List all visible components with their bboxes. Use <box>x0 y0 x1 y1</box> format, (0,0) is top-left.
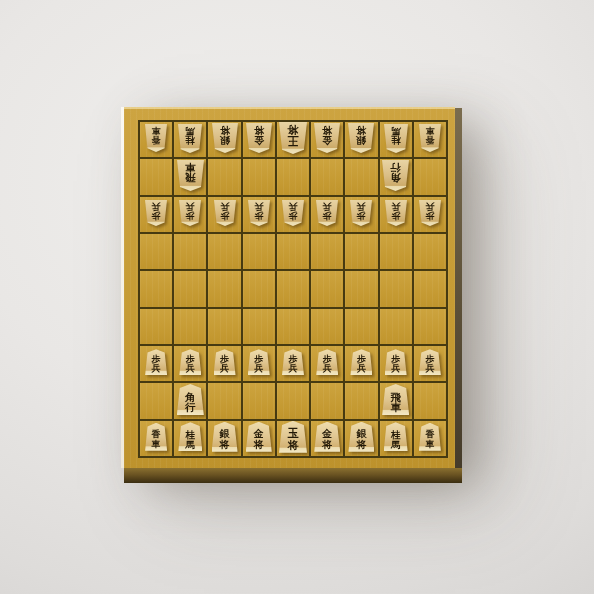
square-6i[interactable]: 金将 <box>243 421 275 456</box>
square-5i[interactable]: 玉将 <box>277 421 309 456</box>
piece-knight-sente[interactable]: 桂馬 <box>178 422 202 451</box>
square-9d[interactable] <box>140 234 172 269</box>
square-3g[interactable]: 歩兵 <box>345 346 377 381</box>
square-6f[interactable] <box>243 309 275 344</box>
piece-pawn-sente[interactable]: 歩兵 <box>179 349 201 375</box>
square-7i[interactable]: 銀将 <box>208 421 240 456</box>
piece-gold-gote[interactable]: 金将 <box>314 123 340 153</box>
square-8g[interactable]: 歩兵 <box>174 346 206 381</box>
square-1e[interactable] <box>414 271 446 306</box>
square-5f[interactable] <box>277 309 309 344</box>
piece-pawn-gote[interactable]: 歩兵 <box>145 200 167 226</box>
square-2h[interactable]: 飛車 <box>380 383 412 418</box>
square-1d[interactable] <box>414 234 446 269</box>
square-6e[interactable] <box>243 271 275 306</box>
piece-face-kanji: 香車 <box>419 124 441 152</box>
square-2e[interactable] <box>380 271 412 306</box>
piece-face-kanji: 歩兵 <box>385 200 407 226</box>
square-3i[interactable]: 銀将 <box>345 421 377 456</box>
piece-face-kanji: 歩兵 <box>248 349 270 375</box>
square-6d[interactable] <box>243 234 275 269</box>
square-7d[interactable] <box>208 234 240 269</box>
square-3b[interactable] <box>345 159 377 194</box>
piece-gold-sente[interactable]: 金将 <box>246 422 272 452</box>
square-5b[interactable] <box>277 159 309 194</box>
piece-pawn-sente[interactable]: 歩兵 <box>145 349 167 375</box>
square-4i[interactable]: 金将 <box>311 421 343 456</box>
square-1b[interactable] <box>414 159 446 194</box>
square-1c[interactable]: 歩兵 <box>414 197 446 232</box>
square-6b[interactable] <box>243 159 275 194</box>
square-8i[interactable]: 桂馬 <box>174 421 206 456</box>
piece-silver-gote[interactable]: 銀将 <box>212 123 238 153</box>
piece-knight-gote[interactable]: 桂馬 <box>384 124 408 153</box>
piece-face-kanji: 銀将 <box>348 123 374 153</box>
square-4e[interactable] <box>311 271 343 306</box>
piece-face-kanji: 飛車 <box>382 384 409 415</box>
piece-face-kanji: 歩兵 <box>282 349 304 375</box>
piece-pawn-gote[interactable]: 歩兵 <box>350 200 372 226</box>
square-9g[interactable]: 歩兵 <box>140 346 172 381</box>
photo-background: 香車桂馬銀将金将王将金将銀将桂馬香車飛車角行歩兵歩兵歩兵歩兵歩兵歩兵歩兵歩兵歩兵… <box>0 0 594 594</box>
square-4f[interactable] <box>311 309 343 344</box>
square-7a[interactable]: 銀将 <box>208 122 240 157</box>
piece-face-kanji: 角行 <box>382 160 409 191</box>
square-3e[interactable] <box>345 271 377 306</box>
piece-king-sente[interactable]: 玉将 <box>279 421 307 453</box>
square-9c[interactable]: 歩兵 <box>140 197 172 232</box>
piece-face-kanji: 歩兵 <box>419 349 441 375</box>
piece-face-kanji: 金将 <box>246 123 272 153</box>
piece-face-kanji: 角行 <box>177 384 204 415</box>
square-4h[interactable] <box>311 383 343 418</box>
piece-face-kanji: 歩兵 <box>316 200 338 226</box>
square-6g[interactable]: 歩兵 <box>243 346 275 381</box>
piece-face-kanji: 歩兵 <box>214 200 236 226</box>
board-right-side-face <box>455 108 462 469</box>
piece-pawn-gote[interactable]: 歩兵 <box>419 200 441 226</box>
square-7b[interactable] <box>208 159 240 194</box>
square-8e[interactable] <box>174 271 206 306</box>
piece-face-kanji: 香車 <box>145 124 167 152</box>
piece-rook-gote[interactable]: 飛車 <box>177 160 204 191</box>
square-8d[interactable] <box>174 234 206 269</box>
square-9i[interactable]: 香車 <box>140 421 172 456</box>
piece-pawn-gote[interactable]: 歩兵 <box>282 200 304 226</box>
square-3c[interactable]: 歩兵 <box>345 197 377 232</box>
square-8c[interactable]: 歩兵 <box>174 197 206 232</box>
square-2i[interactable]: 桂馬 <box>380 421 412 456</box>
piece-face-kanji: 歩兵 <box>145 200 167 226</box>
piece-face-kanji: 歩兵 <box>385 349 407 375</box>
square-4a[interactable]: 金将 <box>311 122 343 157</box>
square-2b[interactable]: 角行 <box>380 159 412 194</box>
square-8b[interactable]: 飛車 <box>174 159 206 194</box>
square-7h[interactable] <box>208 383 240 418</box>
piece-bishop-gote[interactable]: 角行 <box>382 160 409 191</box>
square-7c[interactable]: 歩兵 <box>208 197 240 232</box>
piece-face-kanji: 銀将 <box>212 422 238 452</box>
piece-knight-gote[interactable]: 桂馬 <box>178 124 202 153</box>
piece-silver-sente[interactable]: 銀将 <box>212 422 238 452</box>
piece-face-kanji: 銀将 <box>348 422 374 452</box>
square-7f[interactable] <box>208 309 240 344</box>
piece-face-kanji: 歩兵 <box>350 349 372 375</box>
square-5d[interactable] <box>277 234 309 269</box>
piece-bishop-sente[interactable]: 角行 <box>177 384 204 415</box>
piece-face-kanji: 玉将 <box>279 421 307 453</box>
square-4c[interactable]: 歩兵 <box>311 197 343 232</box>
piece-face-kanji: 歩兵 <box>145 349 167 375</box>
square-6h[interactable] <box>243 383 275 418</box>
square-3d[interactable] <box>345 234 377 269</box>
piece-lance-sente[interactable]: 香車 <box>145 423 167 451</box>
square-4d[interactable] <box>311 234 343 269</box>
board-top-edge-highlight <box>124 107 455 109</box>
square-5a[interactable]: 王将 <box>277 122 309 157</box>
piece-face-kanji: 飛車 <box>177 160 204 191</box>
piece-rook-sente[interactable]: 飛車 <box>382 384 409 415</box>
piece-pawn-sente[interactable]: 歩兵 <box>385 349 407 375</box>
piece-face-kanji: 歩兵 <box>214 349 236 375</box>
board-left-edge-highlight <box>121 107 124 468</box>
piece-face-kanji: 歩兵 <box>282 200 304 226</box>
piece-lance-sente[interactable]: 香車 <box>419 423 441 451</box>
square-1i[interactable]: 香車 <box>414 421 446 456</box>
piece-silver-sente[interactable]: 銀将 <box>348 422 374 452</box>
square-6c[interactable]: 歩兵 <box>243 197 275 232</box>
piece-pawn-sente[interactable]: 歩兵 <box>419 349 441 375</box>
piece-face-kanji: 桂馬 <box>178 124 202 153</box>
piece-face-kanji: 歩兵 <box>419 200 441 226</box>
square-3a[interactable]: 銀将 <box>345 122 377 157</box>
piece-face-kanji: 香車 <box>145 423 167 451</box>
piece-knight-sente[interactable]: 桂馬 <box>384 422 408 451</box>
square-9h[interactable] <box>140 383 172 418</box>
piece-face-kanji: 王将 <box>279 122 307 154</box>
piece-face-kanji: 銀将 <box>212 123 238 153</box>
piece-face-kanji: 金将 <box>246 422 272 452</box>
piece-pawn-sente[interactable]: 歩兵 <box>248 349 270 375</box>
square-5g[interactable]: 歩兵 <box>277 346 309 381</box>
piece-face-kanji: 歩兵 <box>179 200 201 226</box>
piece-face-kanji: 歩兵 <box>248 200 270 226</box>
piece-face-kanji: 歩兵 <box>350 200 372 226</box>
square-9e[interactable] <box>140 271 172 306</box>
piece-pawn-sente[interactable]: 歩兵 <box>214 349 236 375</box>
square-7e[interactable] <box>208 271 240 306</box>
piece-pawn-gote[interactable]: 歩兵 <box>179 200 201 226</box>
piece-face-kanji: 歩兵 <box>316 349 338 375</box>
piece-pawn-gote[interactable]: 歩兵 <box>316 200 338 226</box>
square-2d[interactable] <box>380 234 412 269</box>
piece-face-kanji: 桂馬 <box>178 422 202 451</box>
piece-pawn-sente[interactable]: 歩兵 <box>282 349 304 375</box>
square-1h[interactable] <box>414 383 446 418</box>
piece-face-kanji: 金将 <box>314 123 340 153</box>
piece-face-kanji: 香車 <box>419 423 441 451</box>
square-9a[interactable]: 香車 <box>140 122 172 157</box>
square-1f[interactable] <box>414 309 446 344</box>
piece-king-gote[interactable]: 王将 <box>279 122 307 154</box>
piece-face-kanji: 金将 <box>314 422 340 452</box>
piece-pawn-sente[interactable]: 歩兵 <box>316 349 338 375</box>
square-4g[interactable]: 歩兵 <box>311 346 343 381</box>
square-9f[interactable] <box>140 309 172 344</box>
piece-face-kanji: 歩兵 <box>179 349 201 375</box>
square-5e[interactable] <box>277 271 309 306</box>
piece-pawn-sente[interactable]: 歩兵 <box>350 349 372 375</box>
square-2a[interactable]: 桂馬 <box>380 122 412 157</box>
square-7g[interactable]: 歩兵 <box>208 346 240 381</box>
square-9b[interactable] <box>140 159 172 194</box>
square-2c[interactable]: 歩兵 <box>380 197 412 232</box>
piece-lance-gote[interactable]: 香車 <box>419 124 441 152</box>
piece-pawn-gote[interactable]: 歩兵 <box>248 200 270 226</box>
square-8h[interactable]: 角行 <box>174 383 206 418</box>
piece-silver-gote[interactable]: 銀将 <box>348 123 374 153</box>
square-3f[interactable] <box>345 309 377 344</box>
square-5c[interactable]: 歩兵 <box>277 197 309 232</box>
piece-face-kanji: 桂馬 <box>384 124 408 153</box>
board-front-side-face <box>124 468 462 483</box>
square-5h[interactable] <box>277 383 309 418</box>
square-2f[interactable] <box>380 309 412 344</box>
square-2g[interactable]: 歩兵 <box>380 346 412 381</box>
piece-lance-gote[interactable]: 香車 <box>145 124 167 152</box>
piece-face-kanji: 桂馬 <box>384 422 408 451</box>
piece-pawn-gote[interactable]: 歩兵 <box>385 200 407 226</box>
square-6a[interactable]: 金将 <box>243 122 275 157</box>
square-8f[interactable] <box>174 309 206 344</box>
square-3h[interactable] <box>345 383 377 418</box>
square-1g[interactable]: 歩兵 <box>414 346 446 381</box>
piece-pawn-gote[interactable]: 歩兵 <box>214 200 236 226</box>
piece-gold-gote[interactable]: 金将 <box>246 123 272 153</box>
square-8a[interactable]: 桂馬 <box>174 122 206 157</box>
square-1a[interactable]: 香車 <box>414 122 446 157</box>
shogi-board: 香車桂馬銀将金将王将金将銀将桂馬香車飛車角行歩兵歩兵歩兵歩兵歩兵歩兵歩兵歩兵歩兵… <box>124 107 455 468</box>
piece-gold-sente[interactable]: 金将 <box>314 422 340 452</box>
board-grid: 香車桂馬銀将金将王将金将銀将桂馬香車飛車角行歩兵歩兵歩兵歩兵歩兵歩兵歩兵歩兵歩兵… <box>138 120 448 458</box>
square-4b[interactable] <box>311 159 343 194</box>
